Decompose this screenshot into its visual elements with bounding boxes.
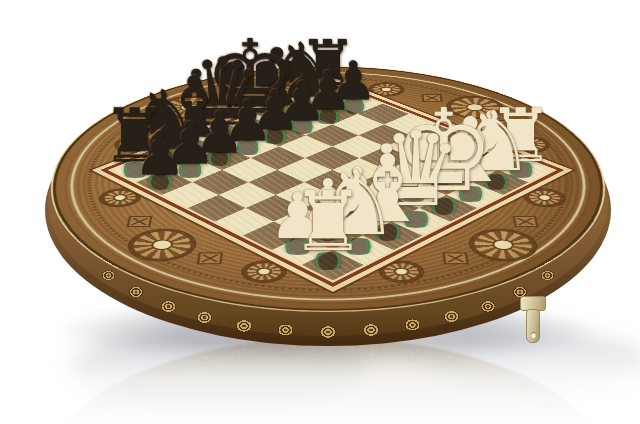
white-rook-a1[interactable]: ♜ (291, 180, 365, 263)
pieces-layer: ♜♞♟♝♟♚♟♛♟♝♟♞♟♟♜♟♟♜♟♟♞♟♝♟♚♟♛♟♝♟♞♜ (0, 0, 640, 424)
latch-hole (531, 332, 536, 338)
black-pawn-a7[interactable]: ♟ (134, 125, 187, 184)
brass-latch (520, 296, 546, 346)
chess-set-photo: ♜♞♟♝♟♚♟♛♟♝♟♞♟♟♜♟♟♜♟♟♞♟♝♟♚♟♛♟♝♟♞♜ (0, 0, 640, 424)
